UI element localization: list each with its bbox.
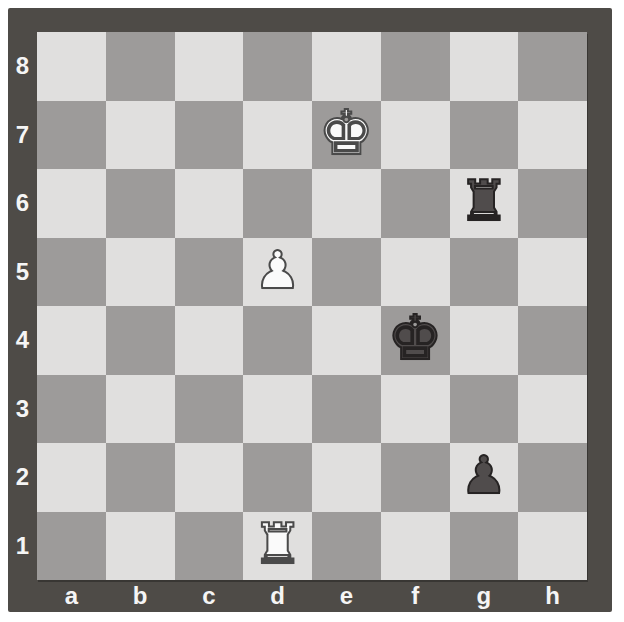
board-square-e5[interactable] — [312, 238, 381, 307]
board-square-f6[interactable] — [381, 169, 450, 238]
file-label-a: a — [37, 580, 106, 612]
board-square-g4[interactable] — [450, 306, 519, 375]
white-rook[interactable]: ♜ — [243, 512, 312, 581]
file-label-h: h — [518, 580, 587, 612]
board-square-a7[interactable] — [37, 101, 106, 170]
board-square-c3[interactable] — [175, 375, 244, 444]
board-square-d5[interactable]: ♟ — [243, 238, 312, 307]
board-square-f8[interactable] — [381, 32, 450, 101]
board-square-d1[interactable]: ♜ — [243, 512, 312, 581]
black-king[interactable]: ♚ — [381, 306, 450, 375]
board-square-d7[interactable] — [243, 101, 312, 170]
board-square-g2[interactable]: ♟ — [450, 443, 519, 512]
board-square-g5[interactable] — [450, 238, 519, 307]
file-label-c: c — [175, 580, 244, 612]
file-label-e: e — [312, 580, 381, 612]
chess-board: 87654321 abcdefgh ♚♜♟♚♟♜ — [8, 8, 612, 612]
board-square-e4[interactable] — [312, 306, 381, 375]
board-square-e6[interactable] — [312, 169, 381, 238]
file-labels: abcdefgh — [37, 580, 587, 612]
board-square-d8[interactable] — [243, 32, 312, 101]
board-square-h6[interactable] — [518, 169, 587, 238]
board-square-h2[interactable] — [518, 443, 587, 512]
board-square-c7[interactable] — [175, 101, 244, 170]
board-square-f4[interactable]: ♚ — [381, 306, 450, 375]
board-square-h4[interactable] — [518, 306, 587, 375]
board-square-e2[interactable] — [312, 443, 381, 512]
board-square-b7[interactable] — [106, 101, 175, 170]
board-square-f3[interactable] — [381, 375, 450, 444]
rank-label-3: 3 — [8, 375, 37, 444]
board-square-h8[interactable] — [518, 32, 587, 101]
board-square-f1[interactable] — [381, 512, 450, 581]
board-square-e7[interactable]: ♚ — [312, 101, 381, 170]
board-square-f5[interactable] — [381, 238, 450, 307]
rank-label-7: 7 — [8, 101, 37, 170]
rank-label-8: 8 — [8, 32, 37, 101]
board-square-b4[interactable] — [106, 306, 175, 375]
board-square-c1[interactable] — [175, 512, 244, 581]
board-square-f7[interactable] — [381, 101, 450, 170]
board-square-a1[interactable] — [37, 512, 106, 581]
board-square-a2[interactable] — [37, 443, 106, 512]
rank-label-5: 5 — [8, 238, 37, 307]
board-square-b5[interactable] — [106, 238, 175, 307]
board-square-a3[interactable] — [37, 375, 106, 444]
board-square-h1[interactable] — [518, 512, 587, 581]
board-square-b3[interactable] — [106, 375, 175, 444]
rank-label-6: 6 — [8, 169, 37, 238]
board-square-a4[interactable] — [37, 306, 106, 375]
white-king[interactable]: ♚ — [312, 101, 381, 170]
board-square-g8[interactable] — [450, 32, 519, 101]
board-square-b1[interactable] — [106, 512, 175, 581]
board-square-c8[interactable] — [175, 32, 244, 101]
board-square-a6[interactable] — [37, 169, 106, 238]
board-square-g3[interactable] — [450, 375, 519, 444]
board-square-h3[interactable] — [518, 375, 587, 444]
black-pawn[interactable]: ♟ — [450, 443, 519, 512]
board-square-b8[interactable] — [106, 32, 175, 101]
board-square-a8[interactable] — [37, 32, 106, 101]
board-square-d2[interactable] — [243, 443, 312, 512]
board-square-b6[interactable] — [106, 169, 175, 238]
page: 87654321 abcdefgh ♚♜♟♚♟♜ — [0, 0, 624, 622]
board-square-e3[interactable] — [312, 375, 381, 444]
file-label-f: f — [381, 580, 450, 612]
board-square-f2[interactable] — [381, 443, 450, 512]
board-square-b2[interactable] — [106, 443, 175, 512]
rank-labels: 87654321 — [8, 32, 37, 580]
board-square-c4[interactable] — [175, 306, 244, 375]
board-square-c5[interactable] — [175, 238, 244, 307]
board-square-e8[interactable] — [312, 32, 381, 101]
white-pawn[interactable]: ♟ — [243, 238, 312, 307]
board-square-a5[interactable] — [37, 238, 106, 307]
board-square-g1[interactable] — [450, 512, 519, 581]
board-square-h7[interactable] — [518, 101, 587, 170]
board-square-h5[interactable] — [518, 238, 587, 307]
board-square-d6[interactable] — [243, 169, 312, 238]
board-square-e1[interactable] — [312, 512, 381, 581]
file-label-d: d — [243, 580, 312, 612]
board-grid: ♚♜♟♚♟♜ — [37, 32, 587, 580]
rank-label-4: 4 — [8, 306, 37, 375]
board-square-c6[interactable] — [175, 169, 244, 238]
file-label-g: g — [450, 580, 519, 612]
rank-label-1: 1 — [8, 512, 37, 581]
board-square-c2[interactable] — [175, 443, 244, 512]
board-square-d3[interactable] — [243, 375, 312, 444]
board-square-g7[interactable] — [450, 101, 519, 170]
board-square-g6[interactable]: ♜ — [450, 169, 519, 238]
black-rook[interactable]: ♜ — [450, 169, 519, 238]
board-square-d4[interactable] — [243, 306, 312, 375]
file-label-b: b — [106, 580, 175, 612]
rank-label-2: 2 — [8, 443, 37, 512]
